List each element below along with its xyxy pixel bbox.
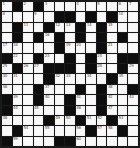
clue-number-21: 21 (108, 43, 113, 47)
white-cell-r14c13[interactable] (128, 137, 138, 146)
black-cell-r11c10 (97, 106, 107, 115)
clue-number-52: 52 (97, 116, 102, 120)
white-cell-r12c7[interactable]: 50 (65, 116, 75, 125)
white-cell-r2c12[interactable]: 10 (118, 12, 128, 21)
white-cell-r5c11[interactable]: 21 (107, 43, 117, 52)
white-cell-r9c1[interactable]: 36 (2, 85, 12, 94)
clue-number-14: 14 (87, 23, 92, 27)
white-cell-r10c2[interactable]: 39 (13, 95, 23, 104)
white-cell-r10c6[interactable] (55, 95, 65, 104)
white-cell-r2c13[interactable] (128, 12, 138, 21)
clue-number-55: 55 (45, 126, 50, 130)
clue-number-32: 32 (55, 74, 60, 78)
white-cell-r5c3[interactable] (23, 43, 33, 52)
white-cell-r11c12[interactable] (118, 106, 128, 115)
white-cell-r11c2[interactable]: 44 (13, 106, 23, 115)
black-cell-r7c2 (13, 64, 23, 73)
white-cell-r5c7[interactable]: 19 (65, 43, 75, 52)
white-cell-r13c1[interactable] (2, 126, 12, 135)
white-cell-r12c12[interactable]: 53 (118, 116, 128, 125)
white-cell-r14c9[interactable] (86, 137, 96, 146)
clue-number-43: 43 (129, 95, 134, 99)
white-cell-r11c9[interactable] (86, 106, 96, 115)
white-cell-r6c11[interactable] (107, 54, 117, 63)
black-cell-r1c2 (13, 2, 23, 11)
white-cell-r8c9[interactable]: 34 (86, 74, 96, 83)
white-cell-r3c11[interactable]: 15 (107, 23, 117, 32)
clue-number-31: 31 (13, 74, 18, 78)
black-cell-r3c2 (13, 23, 23, 32)
white-cell-r13c13[interactable] (128, 126, 138, 135)
white-cell-r7c3[interactable]: 26 (23, 64, 33, 73)
clue-number-45: 45 (34, 106, 39, 110)
clue-number-24: 24 (97, 54, 102, 58)
black-cell-r11c1 (2, 106, 12, 115)
white-cell-r12c2[interactable] (13, 116, 23, 125)
clue-number-1: 1 (3, 2, 5, 6)
clue-number-16: 16 (45, 33, 50, 37)
white-cell-r5c8[interactable]: 20 (76, 43, 86, 52)
white-cell-r6c5[interactable]: 23 (44, 54, 54, 63)
clue-number-9: 9 (34, 12, 36, 16)
clue-number-40: 40 (45, 95, 50, 99)
clue-number-11: 11 (24, 23, 29, 27)
clue-number-26: 26 (24, 64, 29, 68)
white-cell-r5c9[interactable] (86, 43, 96, 52)
black-cell-r3c8 (76, 23, 86, 32)
white-cell-r13c6[interactable] (55, 126, 65, 135)
clue-number-33: 33 (66, 74, 71, 78)
white-cell-r14c11[interactable] (107, 137, 117, 146)
white-cell-r1c1[interactable]: 1 (2, 2, 12, 11)
clue-number-27: 27 (34, 64, 39, 68)
white-cell-r2c2[interactable] (13, 12, 23, 21)
black-cell-r4c12 (118, 33, 128, 42)
white-cell-r1c5[interactable]: 3 (44, 2, 54, 11)
clue-number-19: 19 (66, 43, 71, 47)
white-cell-r5c5[interactable] (44, 43, 54, 52)
white-cell-r8c6[interactable]: 32 (55, 74, 65, 83)
clue-number-49: 49 (55, 116, 60, 120)
black-cell-r5c6 (55, 43, 65, 52)
white-cell-r8c7[interactable]: 33 (65, 74, 75, 83)
clue-number-6: 6 (118, 2, 120, 6)
white-cell-r1c9[interactable] (86, 2, 96, 11)
white-cell-r11c6[interactable] (55, 106, 65, 115)
black-cell-r8c5 (44, 74, 54, 83)
white-cell-r3c1[interactable] (2, 23, 12, 32)
white-cell-r5c12[interactable] (118, 43, 128, 52)
clue-number-4: 4 (76, 2, 78, 6)
black-cell-r6c13 (128, 54, 138, 63)
white-cell-r6c10[interactable]: 24 (97, 54, 107, 63)
white-cell-r11c11[interactable]: 47 (107, 106, 117, 115)
black-cell-r10c7 (65, 95, 75, 104)
white-cell-r1c13[interactable]: 7 (128, 2, 138, 11)
clue-number-28: 28 (97, 64, 102, 68)
white-cell-r1c7[interactable] (65, 2, 75, 11)
black-cell-r4c6 (55, 33, 65, 42)
black-cell-r9c8 (76, 85, 86, 94)
black-cell-r9c10 (97, 85, 107, 94)
clue-number-7: 7 (129, 2, 131, 6)
black-cell-r7c12 (118, 64, 128, 73)
white-cell-r8c4[interactable] (34, 74, 44, 83)
white-cell-r1c10[interactable]: 5 (97, 2, 107, 11)
clue-number-17: 17 (3, 43, 8, 47)
black-cell-r4c2 (13, 33, 23, 42)
white-cell-r14c2[interactable]: 59 (13, 137, 23, 146)
white-cell-r8c8[interactable] (76, 74, 86, 83)
white-cell-r4c7[interactable] (65, 33, 75, 42)
white-cell-r1c6[interactable] (55, 2, 65, 11)
clue-number-20: 20 (76, 43, 81, 47)
clue-number-13: 13 (66, 23, 71, 27)
clue-number-2: 2 (24, 2, 26, 6)
clue-number-12: 12 (55, 23, 60, 27)
white-cell-r11c4[interactable]: 45 (34, 106, 44, 115)
black-cell-r12c11 (107, 116, 117, 125)
black-cell-r14c6 (55, 137, 65, 146)
white-cell-r14c4[interactable] (34, 137, 44, 146)
clue-number-60: 60 (76, 137, 81, 141)
white-cell-r13c10[interactable]: 57 (97, 126, 107, 135)
white-cell-r4c1[interactable] (2, 33, 12, 42)
white-cell-r14c10[interactable] (97, 137, 107, 146)
white-cell-r7c8[interactable] (76, 64, 86, 73)
clue-number-5: 5 (97, 2, 99, 6)
white-cell-r7c13[interactable]: 29 (128, 64, 138, 73)
white-cell-r12c3[interactable] (23, 116, 33, 125)
clue-number-53: 53 (118, 116, 123, 120)
clue-number-25: 25 (3, 64, 8, 68)
clue-number-34: 34 (87, 74, 92, 78)
white-cell-r10c3[interactable] (23, 95, 33, 104)
white-cell-r3c13[interactable] (128, 23, 138, 32)
white-cell-r12c13[interactable] (128, 116, 138, 125)
crossword-grid: 1234567891011121314151617181920212223242… (0, 0, 140, 148)
white-cell-r6c6[interactable] (55, 54, 65, 63)
clue-number-3: 3 (45, 2, 47, 6)
white-cell-r12c6[interactable]: 49 (55, 116, 65, 125)
white-cell-r2c8[interactable] (76, 12, 86, 21)
black-cell-r1c4 (34, 2, 44, 11)
black-cell-r6c7 (65, 54, 75, 63)
white-cell-r9c7[interactable] (65, 85, 75, 94)
black-cell-r11c7 (65, 106, 75, 115)
white-cell-r4c5[interactable]: 16 (44, 33, 54, 42)
black-cell-r6c4 (34, 54, 44, 63)
white-cell-r8c2[interactable]: 31 (13, 74, 23, 83)
white-cell-r9c9[interactable] (86, 85, 96, 94)
white-cell-r2c3[interactable] (23, 12, 33, 21)
white-cell-r3c9[interactable]: 14 (86, 23, 96, 32)
black-cell-r14c7 (65, 137, 75, 146)
white-cell-r9c12[interactable] (118, 85, 128, 94)
black-cell-r13c12 (118, 126, 128, 135)
black-cell-r12c8 (76, 116, 86, 125)
white-cell-r4c11[interactable] (107, 33, 117, 42)
clue-number-15: 15 (108, 23, 113, 27)
black-cell-r14c1 (2, 137, 12, 146)
white-cell-r13c11[interactable]: 58 (107, 126, 117, 135)
black-cell-r4c8 (76, 33, 86, 42)
clue-number-37: 37 (45, 85, 50, 89)
white-cell-r14c3[interactable] (23, 137, 33, 146)
black-cell-r4c4 (34, 33, 44, 42)
white-cell-r10c11[interactable]: 42 (107, 95, 117, 104)
clue-number-59: 59 (13, 137, 18, 141)
black-cell-r2c9 (86, 12, 96, 21)
clue-number-51: 51 (87, 116, 92, 120)
clue-number-42: 42 (108, 95, 113, 99)
white-cell-r13c3[interactable]: 54 (23, 126, 33, 135)
clue-number-10: 10 (118, 12, 123, 16)
white-cell-r9c11[interactable]: 38 (107, 85, 117, 94)
white-cell-r8c12[interactable]: 35 (118, 74, 128, 83)
white-cell-r3c12[interactable] (118, 23, 128, 32)
black-cell-r10c4 (34, 95, 44, 104)
black-cell-r7c9 (86, 64, 96, 73)
white-cell-r4c3[interactable] (23, 33, 33, 42)
white-cell-r8c13[interactable] (128, 74, 138, 83)
white-cell-r11c3[interactable] (23, 106, 33, 115)
white-cell-r5c2[interactable]: 18 (13, 43, 23, 52)
white-cell-r5c13[interactable] (128, 43, 138, 52)
black-cell-r9c13 (128, 85, 138, 94)
black-cell-r4c10 (97, 33, 107, 42)
white-cell-r1c8[interactable]: 4 (76, 2, 86, 11)
black-cell-r13c2 (13, 126, 23, 135)
white-cell-r13c4[interactable] (34, 126, 44, 135)
clue-number-54: 54 (24, 126, 29, 130)
clue-number-47: 47 (108, 106, 113, 110)
white-cell-r10c12[interactable] (118, 95, 128, 104)
white-cell-r6c2[interactable]: 22 (13, 54, 23, 63)
white-cell-r6c3[interactable] (23, 54, 33, 63)
white-cell-r7c11[interactable] (107, 64, 117, 73)
white-cell-r8c1[interactable]: 30 (2, 74, 12, 83)
black-cell-r6c12 (118, 54, 128, 63)
black-cell-r10c10 (97, 95, 107, 104)
white-cell-r12c4[interactable] (34, 116, 44, 125)
white-cell-r11c5[interactable] (44, 106, 54, 115)
white-cell-r5c4[interactable] (34, 43, 44, 52)
clue-number-41: 41 (76, 95, 81, 99)
black-cell-r2c11 (107, 12, 117, 21)
black-cell-r7c6 (55, 64, 65, 73)
clue-number-29: 29 (129, 64, 134, 68)
clue-number-22: 22 (13, 54, 18, 58)
clue-number-35: 35 (118, 74, 123, 78)
white-cell-r2c10[interactable] (97, 12, 107, 21)
white-cell-r14c12[interactable] (118, 137, 128, 146)
black-cell-r12c5 (44, 116, 54, 125)
clue-number-44: 44 (13, 106, 18, 110)
white-cell-r12c9[interactable]: 51 (86, 116, 96, 125)
clue-number-36: 36 (3, 85, 8, 89)
white-cell-r7c10[interactable]: 28 (97, 64, 107, 73)
white-cell-r13c5[interactable]: 55 (44, 126, 54, 135)
clue-number-50: 50 (66, 116, 71, 120)
black-cell-r3c10 (97, 23, 107, 32)
clue-number-46: 46 (76, 106, 81, 110)
white-cell-r9c5[interactable]: 37 (44, 85, 54, 94)
white-cell-r10c13[interactable]: 43 (128, 95, 138, 104)
black-cell-r5c10 (97, 43, 107, 52)
clue-number-8: 8 (3, 12, 5, 16)
white-cell-r12c1[interactable]: 48 (2, 116, 12, 125)
black-cell-r2c7 (65, 12, 75, 21)
clue-number-57: 57 (97, 126, 102, 130)
black-cell-r10c1 (2, 95, 12, 104)
clue-number-38: 38 (108, 85, 113, 89)
white-cell-r7c4[interactable]: 27 (34, 64, 44, 73)
white-cell-r10c9[interactable] (86, 95, 96, 104)
black-cell-r3c5 (44, 23, 54, 32)
white-cell-r7c1[interactable]: 25 (2, 64, 12, 73)
white-cell-r4c13[interactable] (128, 33, 138, 42)
white-cell-r2c5[interactable] (44, 12, 54, 21)
white-cell-r3c4[interactable] (34, 23, 44, 32)
white-cell-r10c5[interactable]: 40 (44, 95, 54, 104)
black-cell-r6c1 (2, 54, 12, 63)
black-cell-r7c7 (65, 64, 75, 73)
black-cell-r6c9 (86, 54, 96, 63)
white-cell-r13c8[interactable]: 56 (76, 126, 86, 135)
white-cell-r3c7[interactable]: 13 (65, 23, 75, 32)
white-cell-r1c3[interactable]: 2 (23, 2, 33, 11)
clue-number-58: 58 (108, 126, 113, 130)
white-cell-r1c12[interactable]: 6 (118, 2, 128, 11)
clue-number-23: 23 (45, 54, 50, 58)
clue-number-18: 18 (13, 43, 18, 47)
black-cell-r9c4 (34, 85, 44, 94)
white-cell-r2c1[interactable]: 8 (2, 12, 12, 21)
white-cell-r5c1[interactable]: 17 (2, 43, 12, 52)
white-cell-r3c6[interactable]: 12 (55, 23, 65, 32)
white-cell-r12c10[interactable]: 52 (97, 116, 107, 125)
white-cell-r13c7[interactable] (65, 126, 75, 135)
black-cell-r7c5 (44, 64, 54, 73)
white-cell-r9c2[interactable] (13, 85, 23, 94)
white-cell-r11c13[interactable] (128, 106, 138, 115)
clue-number-30: 30 (3, 74, 8, 78)
white-cell-r8c10[interactable] (97, 74, 107, 83)
white-cell-r14c8[interactable]: 60 (76, 137, 86, 146)
clue-number-39: 39 (13, 95, 18, 99)
white-cell-r2c4[interactable]: 9 (34, 12, 44, 21)
white-cell-r14c5[interactable] (44, 137, 54, 146)
black-cell-r2c6 (55, 12, 65, 21)
white-cell-r4c9[interactable] (86, 33, 96, 42)
clue-number-48: 48 (3, 116, 8, 120)
white-cell-r9c3[interactable] (23, 85, 33, 94)
white-cell-r11c8[interactable]: 46 (76, 106, 86, 115)
crossword-board: 1234567891011121314151617181920212223242… (0, 0, 140, 148)
white-cell-r10c8[interactable]: 41 (76, 95, 86, 104)
black-cell-r8c11 (107, 74, 117, 83)
white-cell-r3c3[interactable]: 11 (23, 23, 33, 32)
white-cell-r1c11[interactable] (107, 2, 117, 11)
black-cell-r13c9 (86, 126, 96, 135)
clue-number-56: 56 (76, 126, 81, 130)
white-cell-r6c8[interactable] (76, 54, 86, 63)
white-cell-r9c6[interactable] (55, 85, 65, 94)
white-cell-r8c3[interactable] (23, 74, 33, 83)
